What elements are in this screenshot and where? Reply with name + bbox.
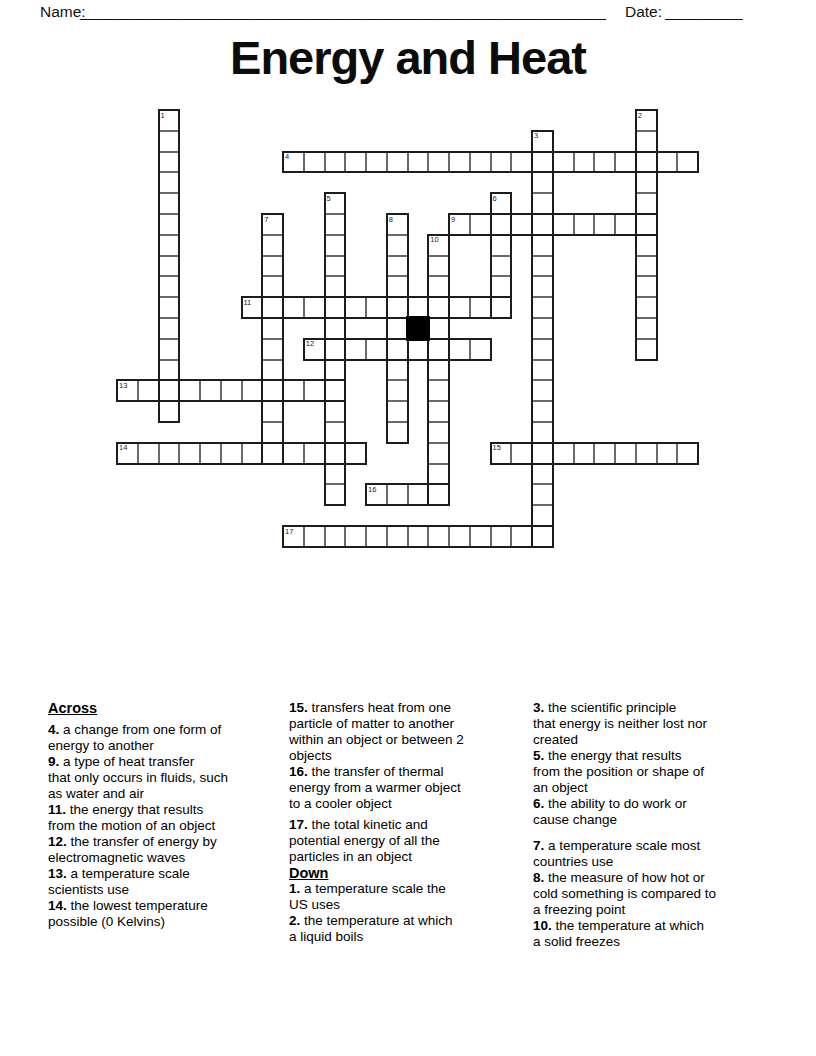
cell-r5c21[interactable]	[553, 214, 574, 235]
cell-r5c22[interactable]	[574, 214, 595, 235]
cell-r10c25[interactable]	[636, 318, 657, 339]
cell-r9c6[interactable]	[242, 297, 263, 318]
cell-r6c10[interactable]	[325, 235, 346, 256]
cell-r4c2[interactable]	[159, 193, 180, 214]
cell-r16c23[interactable]	[594, 443, 615, 464]
cell-r16c21[interactable]	[553, 443, 574, 464]
cell-r17c15[interactable]	[428, 464, 449, 485]
clue-column-2: 15. transfers heat from one particle of …	[289, 700, 530, 945]
cell-r16c10[interactable]	[325, 443, 346, 464]
cell-r18c12[interactable]	[366, 484, 387, 505]
cell-r17c10[interactable]	[325, 464, 346, 485]
cell-r10c15[interactable]	[428, 318, 449, 339]
cell-r5c18[interactable]	[491, 214, 512, 235]
cell-r16c3[interactable]	[179, 443, 200, 464]
cell-r16c8[interactable]	[283, 443, 304, 464]
cell-r3c25[interactable]	[636, 172, 657, 193]
worksheet-page: Name: __________________________________…	[0, 0, 816, 1056]
cell-r15c13[interactable]	[387, 422, 408, 443]
cell-r16c27[interactable]	[677, 443, 698, 464]
cell-r20c14[interactable]	[408, 526, 429, 547]
cell-r9c8[interactable]	[283, 297, 304, 318]
cell-r4c18[interactable]	[491, 193, 512, 214]
cell-r7c7[interactable]	[262, 256, 283, 277]
cell-r6c13[interactable]	[387, 235, 408, 256]
cell-r16c0[interactable]	[117, 443, 138, 464]
cell-r16c25[interactable]	[636, 443, 657, 464]
cell-r8c15[interactable]	[428, 276, 449, 297]
cell-r5c13[interactable]	[387, 214, 408, 235]
cell-r10c7[interactable]	[262, 318, 283, 339]
cell-r2c9[interactable]	[304, 152, 325, 173]
crossword-board: 1234567891011121314151617	[117, 110, 698, 547]
cell-r16c4[interactable]	[200, 443, 221, 464]
cell-r7c25[interactable]	[636, 256, 657, 277]
cell-r2c26[interactable]	[657, 152, 678, 173]
cell-r3c2[interactable]	[159, 172, 180, 193]
cell-r18c20[interactable]	[532, 484, 553, 505]
across-header: Across	[48, 700, 286, 716]
cell-r12c2[interactable]	[159, 360, 180, 381]
cell-r9c15[interactable]	[428, 297, 449, 318]
date-blank-line: _________	[665, 2, 743, 21]
clue-down-3: 3. the scientific principle that energy …	[533, 700, 779, 748]
cell-r7c18[interactable]	[491, 256, 512, 277]
cell-r20c15[interactable]	[428, 526, 449, 547]
cell-r13c15[interactable]	[428, 380, 449, 401]
cell-r5c10[interactable]	[325, 214, 346, 235]
cell-r13c20[interactable]	[532, 380, 553, 401]
cell-r5c25[interactable]	[636, 214, 657, 235]
clue-down-1: 1. a temperature scale the US uses	[289, 881, 530, 913]
cell-r13c13[interactable]	[387, 380, 408, 401]
cell-r0c2[interactable]	[159, 110, 180, 131]
cell-r13c5[interactable]	[221, 380, 242, 401]
cell-r12c10[interactable]	[325, 360, 346, 381]
cell-r10c13[interactable]	[387, 318, 408, 339]
cell-r18c14[interactable]	[408, 484, 429, 505]
cell-r4c10[interactable]	[325, 193, 346, 214]
cell-r11c16[interactable]	[449, 339, 470, 360]
cell-r2c21[interactable]	[553, 152, 574, 173]
cell-r12c20[interactable]	[532, 360, 553, 381]
cell-r6c2[interactable]	[159, 235, 180, 256]
cell-r2c15[interactable]	[428, 152, 449, 173]
clue-across-14: 14. the lowest temperature possible (0 K…	[48, 898, 286, 930]
cell-r8c10[interactable]	[325, 276, 346, 297]
cell-r16c9[interactable]	[304, 443, 325, 464]
cell-r10c20[interactable]	[532, 318, 553, 339]
cell-r16c5[interactable]	[221, 443, 242, 464]
name-blank-line: ________________________________________…	[80, 2, 606, 21]
cell-r14c15[interactable]	[428, 401, 449, 422]
cell-r2c18[interactable]	[491, 152, 512, 173]
cell-r1c2[interactable]	[159, 131, 180, 152]
cell-r15c7[interactable]	[262, 422, 283, 443]
clue-down-8: 8. the measure of how hot or cold someth…	[533, 870, 779, 918]
cell-r2c14[interactable]	[408, 152, 429, 173]
cell-r9c17[interactable]	[470, 297, 491, 318]
cell-r16c7[interactable]	[262, 443, 283, 464]
cell-r20c13[interactable]	[387, 526, 408, 547]
cell-r4c20[interactable]	[532, 193, 553, 214]
cell-r6c18[interactable]	[491, 235, 512, 256]
cell-r9c2[interactable]	[159, 297, 180, 318]
cell-r10c10[interactable]	[325, 318, 346, 339]
clue-down-7: 7. a temperature scale most countries us…	[533, 838, 779, 870]
cell-r11c17[interactable]	[470, 339, 491, 360]
cell-r20c19[interactable]	[511, 526, 532, 547]
cell-r5c20[interactable]	[532, 214, 553, 235]
puzzle-title: Energy and Heat	[0, 31, 816, 85]
cell-r2c16[interactable]	[449, 152, 470, 173]
clue-column-3: 3. the scientific principle that energy …	[533, 700, 779, 950]
cell-r16c19[interactable]	[511, 443, 532, 464]
cell-r8c2[interactable]	[159, 276, 180, 297]
cell-r7c2[interactable]	[159, 256, 180, 277]
cell-r9c13[interactable]	[387, 297, 408, 318]
cell-r2c12[interactable]	[366, 152, 387, 173]
cell-r13c10[interactable]	[325, 380, 346, 401]
cell-r2c22[interactable]	[574, 152, 595, 173]
cell-r14c10[interactable]	[325, 401, 346, 422]
clue-across-11: 11. the energy that results from the mot…	[48, 802, 286, 834]
cell-r2c25[interactable]	[636, 152, 657, 173]
cell-r20c20[interactable]	[532, 526, 553, 547]
date-label: Date:	[625, 2, 662, 21]
cell-r13c1[interactable]	[138, 380, 159, 401]
cell-r2c17[interactable]	[470, 152, 491, 173]
cell-r13c9[interactable]	[304, 380, 325, 401]
cell-r9c25[interactable]	[636, 297, 657, 318]
cell-r9c7[interactable]	[262, 297, 283, 318]
cell-r11c11[interactable]	[345, 339, 366, 360]
cell-r11c20[interactable]	[532, 339, 553, 360]
cell-r16c1[interactable]	[138, 443, 159, 464]
name-label: Name:	[40, 2, 86, 21]
cell-r2c13[interactable]	[387, 152, 408, 173]
cell-r6c20[interactable]	[532, 235, 553, 256]
cell-r2c27[interactable]	[677, 152, 698, 173]
cell-r20c12[interactable]	[366, 526, 387, 547]
cell-r0c25[interactable]	[636, 110, 657, 131]
cell-r10c2[interactable]	[159, 318, 180, 339]
cell-r8c7[interactable]	[262, 276, 283, 297]
cell-r11c10[interactable]	[325, 339, 346, 360]
cell-r15c15[interactable]	[428, 422, 449, 443]
cell-r9c10[interactable]	[325, 297, 346, 318]
clue-across-17: 17. the total kinetic and potential ener…	[289, 817, 530, 865]
clue-across-13: 13. a temperature scale scientists use	[48, 866, 286, 898]
cell-r8c20[interactable]	[532, 276, 553, 297]
cell-r16c15[interactable]	[428, 443, 449, 464]
cell-r2c8[interactable]	[283, 152, 304, 173]
cell-r20c18[interactable]	[491, 526, 512, 547]
clue-across-9: 9. a type of heat transfer that only occ…	[48, 754, 286, 802]
cell-r19c20[interactable]	[532, 505, 553, 526]
cell-r9c14[interactable]	[408, 297, 429, 318]
down-header: Down	[289, 865, 530, 881]
cell-r9c18[interactable]	[491, 297, 512, 318]
cell-r9c20[interactable]	[532, 297, 553, 318]
cell-r11c7[interactable]	[262, 339, 283, 360]
cell-r2c19[interactable]	[511, 152, 532, 173]
cell-r11c25[interactable]	[636, 339, 657, 360]
cell-r16c18[interactable]	[491, 443, 512, 464]
cell-r11c15[interactable]	[428, 339, 449, 360]
cell-r20c9[interactable]	[304, 526, 325, 547]
cell-r2c23[interactable]	[594, 152, 615, 173]
cell-r16c6[interactable]	[242, 443, 263, 464]
cell-r6c7[interactable]	[262, 235, 283, 256]
cell-r12c15[interactable]	[428, 360, 449, 381]
cell-r13c2[interactable]	[159, 380, 180, 401]
cell-r13c3[interactable]	[179, 380, 200, 401]
cell-r5c17[interactable]	[470, 214, 491, 235]
cell-r2c11[interactable]	[345, 152, 366, 173]
cell-r13c7[interactable]	[262, 380, 283, 401]
cell-r11c2[interactable]	[159, 339, 180, 360]
cell-r7c10[interactable]	[325, 256, 346, 277]
cell-r5c2[interactable]	[159, 214, 180, 235]
cell-r11c9[interactable]	[304, 339, 325, 360]
cell-r9c16[interactable]	[449, 297, 470, 318]
cell-r13c0[interactable]	[117, 380, 138, 401]
clue-across-4: 4. a change from one form of energy to a…	[48, 722, 286, 754]
cell-r2c2[interactable]	[159, 152, 180, 173]
cell-r3c20[interactable]	[532, 172, 553, 193]
clue-down-10: 10. the temperature at which a solid fre…	[533, 918, 779, 950]
cell-r9c9[interactable]	[304, 297, 325, 318]
cell-r14c7[interactable]	[262, 401, 283, 422]
clue-across-16: 16. the transfer of thermal energy from …	[289, 764, 530, 812]
cell-r7c13[interactable]	[387, 256, 408, 277]
cell-r15c20[interactable]	[532, 422, 553, 443]
cell-r11c13[interactable]	[387, 339, 408, 360]
clue-down-2: 2. the temperature at which a liquid boi…	[289, 913, 530, 945]
cell-r6c15[interactable]	[428, 235, 449, 256]
cell-r1c20[interactable]	[532, 131, 553, 152]
black-cell	[407, 317, 430, 340]
cell-r9c12[interactable]	[366, 297, 387, 318]
cell-r12c7[interactable]	[262, 360, 283, 381]
cell-r13c4[interactable]	[200, 380, 221, 401]
cell-r16c11[interactable]	[345, 443, 366, 464]
cell-r5c24[interactable]	[615, 214, 636, 235]
cell-r2c20[interactable]	[532, 152, 553, 173]
clue-down-5: 5. the energy that results from the posi…	[533, 748, 779, 796]
cell-r16c24[interactable]	[615, 443, 636, 464]
cell-r18c13[interactable]	[387, 484, 408, 505]
cell-r16c26[interactable]	[657, 443, 678, 464]
cell-r13c8[interactable]	[283, 380, 304, 401]
cell-r14c20[interactable]	[532, 401, 553, 422]
cell-r7c20[interactable]	[532, 256, 553, 277]
cell-r18c15[interactable]	[428, 484, 449, 505]
cell-r5c7[interactable]	[262, 214, 283, 235]
cell-r8c18[interactable]	[491, 276, 512, 297]
cell-r20c10[interactable]	[325, 526, 346, 547]
cell-r8c25[interactable]	[636, 276, 657, 297]
cell-r5c19[interactable]	[511, 214, 532, 235]
cell-r20c8[interactable]	[283, 526, 304, 547]
clue-across-12: 12. the transfer of energy by electromag…	[48, 834, 286, 866]
cell-r9c11[interactable]	[345, 297, 366, 318]
cell-r8c13[interactable]	[387, 276, 408, 297]
clue-across-15: 15. transfers heat from one particle of …	[289, 700, 530, 764]
cell-r20c11[interactable]	[345, 526, 366, 547]
cell-r7c15[interactable]	[428, 256, 449, 277]
cell-r2c24[interactable]	[615, 152, 636, 173]
cell-r16c22[interactable]	[574, 443, 595, 464]
cell-r12c13[interactable]	[387, 360, 408, 381]
clue-column-1: Across4. a change from one form of energ…	[48, 700, 286, 930]
cell-r5c23[interactable]	[594, 214, 615, 235]
cell-r1c25[interactable]	[636, 131, 657, 152]
clue-down-6: 6. the ability to do work or cause chang…	[533, 796, 779, 828]
cell-r2c10[interactable]	[325, 152, 346, 173]
cell-r16c20[interactable]	[532, 443, 553, 464]
cell-r20c16[interactable]	[449, 526, 470, 547]
cell-r5c16[interactable]	[449, 214, 470, 235]
cell-r15c10[interactable]	[325, 422, 346, 443]
cell-r11c12[interactable]	[366, 339, 387, 360]
cell-r6c25[interactable]	[636, 235, 657, 256]
cell-r14c2[interactable]	[159, 401, 180, 422]
cell-r4c25[interactable]	[636, 193, 657, 214]
cell-r17c20[interactable]	[532, 464, 553, 485]
cell-r11c14[interactable]	[408, 339, 429, 360]
cell-r16c2[interactable]	[159, 443, 180, 464]
cell-r14c13[interactable]	[387, 401, 408, 422]
cell-r20c17[interactable]	[470, 526, 491, 547]
cell-r18c10[interactable]	[325, 484, 346, 505]
cell-r13c6[interactable]	[242, 380, 263, 401]
